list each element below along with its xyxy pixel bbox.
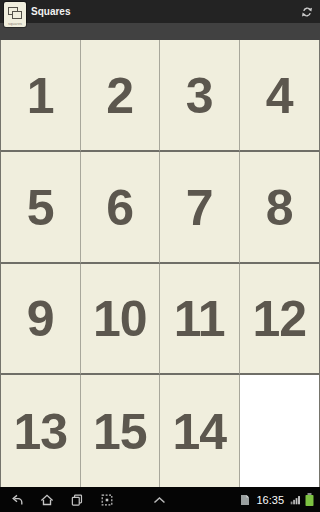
- system-bar: 16:35: [0, 487, 320, 512]
- tile-3[interactable]: 3: [160, 40, 240, 152]
- battery-icon: [305, 493, 314, 506]
- action-bar: squares Squares: [0, 0, 320, 23]
- tile-8[interactable]: 8: [240, 152, 320, 264]
- tile-12[interactable]: 12: [240, 264, 320, 376]
- notification-icon: [240, 494, 250, 506]
- app-icon-caption: squares: [4, 22, 26, 26]
- app-icon-front-square: [12, 11, 22, 19]
- tile-13[interactable]: 13: [1, 375, 81, 487]
- empty-cell: [240, 375, 320, 487]
- action-bar-strip: [0, 23, 320, 40]
- tile-7[interactable]: 7: [160, 152, 240, 264]
- puzzle-board: 123456789101112131514: [0, 40, 320, 487]
- status-area[interactable]: 16:35: [240, 493, 314, 506]
- tile-11[interactable]: 11: [160, 264, 240, 376]
- screen-capture-button[interactable]: [99, 492, 115, 508]
- app-icon[interactable]: squares: [4, 2, 26, 27]
- tile-14[interactable]: 14: [160, 375, 240, 487]
- tile-4[interactable]: 4: [240, 40, 320, 152]
- tile-1[interactable]: 1: [1, 40, 81, 152]
- tile-2[interactable]: 2: [81, 40, 161, 152]
- device-screen: squares Squares 123456789101112131514: [0, 0, 320, 512]
- tile-5[interactable]: 5: [1, 152, 81, 264]
- page-title: Squares: [31, 6, 70, 17]
- tile-15[interactable]: 15: [81, 375, 161, 487]
- chevron-up-icon[interactable]: [150, 492, 168, 508]
- back-button[interactable]: [9, 492, 25, 508]
- tile-9[interactable]: 9: [1, 264, 81, 376]
- status-clock: 16:35: [254, 494, 286, 506]
- tile-6[interactable]: 6: [81, 152, 161, 264]
- refresh-icon[interactable]: [299, 4, 314, 19]
- home-button[interactable]: [39, 492, 55, 508]
- recent-apps-button[interactable]: [69, 492, 85, 508]
- tile-10[interactable]: 10: [81, 264, 161, 376]
- nav-buttons: [9, 492, 115, 508]
- signal-strength-icon: [290, 493, 301, 506]
